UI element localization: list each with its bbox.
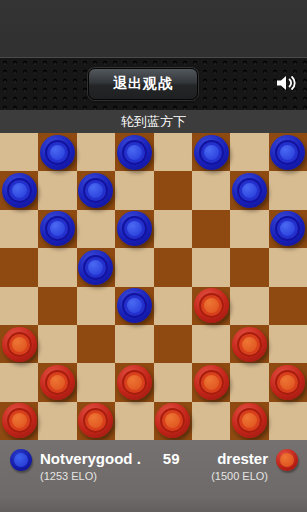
board-square-d7[interactable] <box>115 171 153 209</box>
board-square-e8[interactable] <box>154 133 192 171</box>
red-piece[interactable] <box>155 403 190 438</box>
red-piece[interactable] <box>78 403 113 438</box>
red-player-piece-icon <box>276 449 298 471</box>
player-right-elo: (1500 ELO) <box>211 469 268 483</box>
board-square-h3[interactable] <box>269 325 307 363</box>
board-square-g2[interactable] <box>230 363 268 401</box>
board-square-d8[interactable] <box>115 133 153 171</box>
board-square-h1[interactable] <box>269 402 307 440</box>
status-bar <box>0 0 307 57</box>
board-square-f1[interactable] <box>192 402 230 440</box>
board-square-g4[interactable] <box>230 287 268 325</box>
board-square-d2[interactable] <box>115 363 153 401</box>
red-piece[interactable] <box>270 365 305 400</box>
blue-piece[interactable] <box>194 135 229 170</box>
red-piece[interactable] <box>2 403 37 438</box>
board-square-h6[interactable] <box>269 210 307 248</box>
red-piece[interactable] <box>232 403 267 438</box>
blue-piece[interactable] <box>40 211 75 246</box>
turn-indicator: 轮到蓝方下 <box>0 110 307 133</box>
speaker-icon[interactable] <box>274 71 298 95</box>
board-square-b2[interactable] <box>38 363 76 401</box>
player-bar: Notverygood . 59 (1253 ELO) drester (150… <box>0 440 307 512</box>
board-square-h8[interactable] <box>269 133 307 171</box>
board-square-a3[interactable] <box>0 325 38 363</box>
blue-piece[interactable] <box>78 250 113 285</box>
move-timer: 59 <box>163 450 180 467</box>
blue-piece[interactable] <box>40 135 75 170</box>
board-square-h4[interactable] <box>269 287 307 325</box>
board-square-f5[interactable] <box>192 248 230 286</box>
board-square-e6[interactable] <box>154 210 192 248</box>
red-piece[interactable] <box>194 365 229 400</box>
board-square-a4[interactable] <box>0 287 38 325</box>
blue-piece[interactable] <box>117 135 152 170</box>
board-square-a6[interactable] <box>0 210 38 248</box>
red-piece[interactable] <box>40 365 75 400</box>
blue-piece[interactable] <box>2 173 37 208</box>
board-square-e2[interactable] <box>154 363 192 401</box>
board-square-d1[interactable] <box>115 402 153 440</box>
board-square-g5[interactable] <box>230 248 268 286</box>
board-square-d5[interactable] <box>115 248 153 286</box>
board-square-b5[interactable] <box>38 248 76 286</box>
board-square-a1[interactable] <box>0 402 38 440</box>
board-square-b6[interactable] <box>38 210 76 248</box>
player-left-elo: (1253 ELO) <box>40 469 180 483</box>
board-square-b1[interactable] <box>38 402 76 440</box>
red-piece[interactable] <box>2 327 37 362</box>
exit-spectate-button[interactable]: 退出观战 <box>88 68 198 100</box>
board-square-h7[interactable] <box>269 171 307 209</box>
board-square-g8[interactable] <box>230 133 268 171</box>
checkers-board[interactable] <box>0 133 307 440</box>
board-square-g6[interactable] <box>230 210 268 248</box>
board-square-a8[interactable] <box>0 133 38 171</box>
board-square-b3[interactable] <box>38 325 76 363</box>
board-square-e5[interactable] <box>154 248 192 286</box>
blue-piece[interactable] <box>232 173 267 208</box>
board-square-c4[interactable] <box>77 287 115 325</box>
board-square-d4[interactable] <box>115 287 153 325</box>
board-square-c7[interactable] <box>77 171 115 209</box>
blue-piece[interactable] <box>270 135 305 170</box>
blue-player-piece-icon <box>10 449 32 471</box>
board-square-g7[interactable] <box>230 171 268 209</box>
red-piece[interactable] <box>194 288 229 323</box>
board-square-d3[interactable] <box>115 325 153 363</box>
board-square-f8[interactable] <box>192 133 230 171</box>
board-square-c6[interactable] <box>77 210 115 248</box>
blue-piece[interactable] <box>270 211 305 246</box>
board-square-a2[interactable] <box>0 363 38 401</box>
board-square-f2[interactable] <box>192 363 230 401</box>
player-left-name: Notverygood . <box>40 449 141 469</box>
red-piece[interactable] <box>117 365 152 400</box>
board-square-e7[interactable] <box>154 171 192 209</box>
board-square-c8[interactable] <box>77 133 115 171</box>
board-square-h5[interactable] <box>269 248 307 286</box>
board-square-c1[interactable] <box>77 402 115 440</box>
blue-piece[interactable] <box>78 173 113 208</box>
board-square-c5[interactable] <box>77 248 115 286</box>
board-square-e4[interactable] <box>154 287 192 325</box>
board-square-a5[interactable] <box>0 248 38 286</box>
board-square-b4[interactable] <box>38 287 76 325</box>
board-square-f4[interactable] <box>192 287 230 325</box>
board-square-c2[interactable] <box>77 363 115 401</box>
blue-piece[interactable] <box>117 211 152 246</box>
player-left: Notverygood . 59 (1253 ELO) <box>10 449 180 483</box>
board-square-g1[interactable] <box>230 402 268 440</box>
player-right-name: drester <box>211 449 268 469</box>
app-screen: 退出观战 轮到蓝方下 Notverygood . 59 (1253 ELO) <box>0 0 307 512</box>
blue-piece[interactable] <box>117 288 152 323</box>
board-square-f7[interactable] <box>192 171 230 209</box>
board-square-b8[interactable] <box>38 133 76 171</box>
board-square-f6[interactable] <box>192 210 230 248</box>
board-square-e3[interactable] <box>154 325 192 363</box>
board-square-g3[interactable] <box>230 325 268 363</box>
board-square-c3[interactable] <box>77 325 115 363</box>
board-square-h2[interactable] <box>269 363 307 401</box>
board-square-e1[interactable] <box>154 402 192 440</box>
board-square-f3[interactable] <box>192 325 230 363</box>
player-right: drester (1500 ELO) <box>211 449 298 483</box>
board-square-a7[interactable] <box>0 171 38 209</box>
red-piece[interactable] <box>232 327 267 362</box>
game-header: 退出观战 <box>0 57 307 110</box>
board-square-d6[interactable] <box>115 210 153 248</box>
board-square-b7[interactable] <box>38 171 76 209</box>
